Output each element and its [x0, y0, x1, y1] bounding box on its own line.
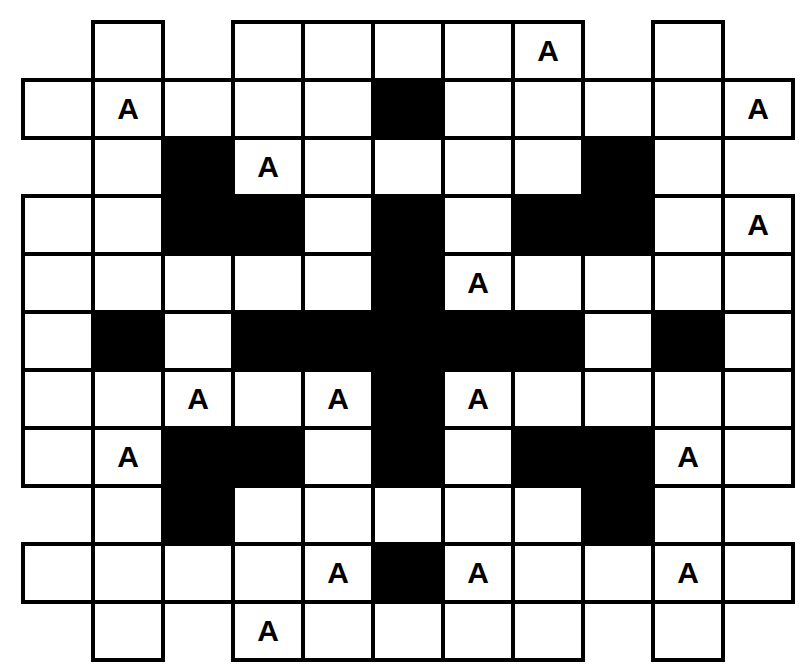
cell-r5c3[interactable]: [165, 256, 231, 310]
cell-r1c7[interactable]: [445, 24, 511, 78]
block-r3c9: [585, 140, 651, 194]
cell-r7c8[interactable]: [515, 372, 581, 426]
cell-r11c5[interactable]: [305, 604, 371, 658]
cell-r11c10[interactable]: [655, 604, 721, 658]
block-r6c8: [515, 314, 581, 368]
cell-r5c4[interactable]: [235, 256, 301, 310]
block-r2c6: [375, 82, 441, 136]
letter-cell-r5c7[interactable]: A: [445, 256, 511, 310]
cell-r5c1[interactable]: [25, 256, 91, 310]
block-r8c8: [515, 430, 581, 484]
gap-r1c3: [165, 24, 231, 78]
cell-r3c5[interactable]: [305, 140, 371, 194]
cell-r5c10[interactable]: [655, 256, 721, 310]
cell-r3c8[interactable]: [515, 140, 581, 194]
block-r4c9: [585, 198, 651, 252]
letter-cell-r8c2[interactable]: A: [95, 430, 161, 484]
cell-r3c2[interactable]: [95, 140, 161, 194]
cell-r2c10[interactable]: [655, 82, 721, 136]
cell-r10c11[interactable]: [725, 546, 791, 600]
block-r5c6: [375, 256, 441, 310]
cell-r10c2[interactable]: [95, 546, 161, 600]
letter-cell-r10c7[interactable]: A: [445, 546, 511, 600]
block-r6c7: [445, 314, 511, 368]
gap-r11c3: [165, 604, 231, 658]
block-r8c9: [585, 430, 651, 484]
cell-r9c5[interactable]: [305, 488, 371, 542]
block-r3c3: [165, 140, 231, 194]
cell-r5c9[interactable]: [585, 256, 651, 310]
cell-r11c8[interactable]: [515, 604, 581, 658]
block-r8c4: [235, 430, 301, 484]
letter-cell-r10c10[interactable]: A: [655, 546, 721, 600]
cell-r5c5[interactable]: [305, 256, 371, 310]
letter-cell-r4c11[interactable]: A: [725, 198, 791, 252]
cell-r4c1[interactable]: [25, 198, 91, 252]
letter-cell-r8c10[interactable]: A: [655, 430, 721, 484]
gap-r9c1: [25, 488, 91, 542]
cell-r6c11[interactable]: [725, 314, 791, 368]
letter-cell-r2c11[interactable]: A: [725, 82, 791, 136]
gap-r11c1: [25, 604, 91, 658]
letter-cell-r7c3[interactable]: A: [165, 372, 231, 426]
cell-r7c10[interactable]: [655, 372, 721, 426]
cell-r1c10[interactable]: [655, 24, 721, 78]
cell-r8c1[interactable]: [25, 430, 91, 484]
cell-r3c7[interactable]: [445, 140, 511, 194]
cell-r9c6[interactable]: [375, 488, 441, 542]
cell-r10c3[interactable]: [165, 546, 231, 600]
cell-r2c1[interactable]: [25, 82, 91, 136]
puzzle-board: AAAAAAAAAAAAAAA: [25, 24, 791, 658]
cell-r7c9[interactable]: [585, 372, 651, 426]
gap-r11c11: [725, 604, 791, 658]
block-r8c6: [375, 430, 441, 484]
gap-r3c1: [25, 140, 91, 194]
cell-r10c9[interactable]: [585, 546, 651, 600]
block-r10c6: [375, 546, 441, 600]
cell-r9c8[interactable]: [515, 488, 581, 542]
block-r6c4: [235, 314, 301, 368]
letter-cell-r7c7[interactable]: A: [445, 372, 511, 426]
cell-r9c2[interactable]: [95, 488, 161, 542]
cell-r2c8[interactable]: [515, 82, 581, 136]
cell-r6c9[interactable]: [585, 314, 651, 368]
cell-r10c1[interactable]: [25, 546, 91, 600]
gap-r11c9: [585, 604, 651, 658]
cell-r3c10[interactable]: [655, 140, 721, 194]
cell-r6c1[interactable]: [25, 314, 91, 368]
cell-r11c7[interactable]: [445, 604, 511, 658]
gap-r1c11: [725, 24, 791, 78]
block-r4c6: [375, 198, 441, 252]
block-r4c8: [515, 198, 581, 252]
cell-r2c3[interactable]: [165, 82, 231, 136]
cell-r6c3[interactable]: [165, 314, 231, 368]
letter-cell-r2c2[interactable]: A: [95, 82, 161, 136]
cell-r5c2[interactable]: [95, 256, 161, 310]
letter-cell-r10c5[interactable]: A: [305, 546, 371, 600]
block-r6c2: [95, 314, 161, 368]
cell-r1c4[interactable]: [235, 24, 301, 78]
block-r6c6: [375, 314, 441, 368]
letter-cell-r11c4[interactable]: A: [235, 604, 301, 658]
cell-r8c7[interactable]: [445, 430, 511, 484]
cell-r7c1[interactable]: [25, 372, 91, 426]
cell-r2c4[interactable]: [235, 82, 301, 136]
cell-r3c6[interactable]: [375, 140, 441, 194]
cell-r11c6[interactable]: [375, 604, 441, 658]
cell-r5c8[interactable]: [515, 256, 581, 310]
block-r4c4: [235, 198, 301, 252]
cell-r2c5[interactable]: [305, 82, 371, 136]
cell-r1c6[interactable]: [375, 24, 441, 78]
gap-r9c11: [725, 488, 791, 542]
cell-r7c2[interactable]: [95, 372, 161, 426]
letter-cell-r1c8[interactable]: A: [515, 24, 581, 78]
block-r4c3: [165, 198, 231, 252]
gap-r1c1: [25, 24, 91, 78]
cell-r11c2[interactable]: [95, 604, 161, 658]
cell-r4c2[interactable]: [95, 198, 161, 252]
cell-r10c4[interactable]: [235, 546, 301, 600]
cell-r4c5[interactable]: [305, 198, 371, 252]
block-r8c3: [165, 430, 231, 484]
cell-r7c11[interactable]: [725, 372, 791, 426]
cell-r8c5[interactable]: [305, 430, 371, 484]
gap-r3c11: [725, 140, 791, 194]
block-r6c5: [305, 314, 371, 368]
block-r9c9: [585, 488, 651, 542]
letter-cell-r7c5[interactable]: A: [305, 372, 371, 426]
cell-r8c11[interactable]: [725, 430, 791, 484]
cell-r2c7[interactable]: [445, 82, 511, 136]
cell-r4c10[interactable]: [655, 198, 721, 252]
cell-r2c9[interactable]: [585, 82, 651, 136]
block-r9c3: [165, 488, 231, 542]
block-r7c6: [375, 372, 441, 426]
cell-r7c4[interactable]: [235, 372, 301, 426]
cell-r4c7[interactable]: [445, 198, 511, 252]
gap-r1c9: [585, 24, 651, 78]
cell-r10c8[interactable]: [515, 546, 581, 600]
cell-r1c5[interactable]: [305, 24, 371, 78]
cell-r9c4[interactable]: [235, 488, 301, 542]
block-r6c10: [655, 314, 721, 368]
cell-r9c7[interactable]: [445, 488, 511, 542]
cell-r9c10[interactable]: [655, 488, 721, 542]
cell-r5c11[interactable]: [725, 256, 791, 310]
letter-cell-r3c4[interactable]: A: [235, 140, 301, 194]
cell-r1c2[interactable]: [95, 24, 161, 78]
